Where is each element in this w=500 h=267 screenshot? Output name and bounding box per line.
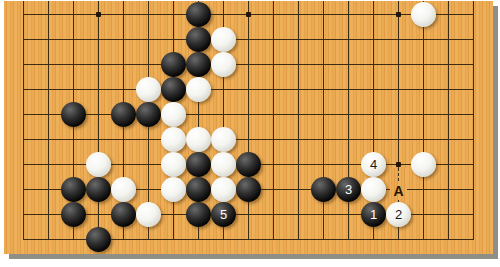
stone-white-c8r13 [186,77,211,102]
stone-black-c15r18: 1 [361,202,386,227]
stone-black-c10r17 [236,177,261,202]
stone-black-c14r17: 3 [336,177,361,202]
stone-white-c17r16 [411,152,436,177]
stone-black-c8r12 [186,52,211,77]
grid-line-vertical-11 [273,1,274,240]
move-number-label: 3 [345,183,352,196]
stone-white-c9r17 [211,177,236,202]
grid-line-vertical-13 [323,1,324,240]
star-point-6 [396,162,401,167]
move-number-label: 5 [220,208,227,221]
stone-black-c6r14 [136,102,161,127]
stone-black-c8r17 [186,177,211,202]
star-point-2 [246,12,251,17]
stone-black-c7r12 [161,52,186,77]
stone-white-c6r18 [136,202,161,227]
grid-line-vertical-18 [448,1,449,240]
page-background: A 43512 [0,0,500,267]
stone-black-c3r18 [61,202,86,227]
stone-black-c5r14 [111,102,136,127]
stone-white-c9r12 [211,52,236,77]
stone-white-c9r15 [211,127,236,152]
stone-white-c7r17 [161,177,186,202]
grid-line-vertical-19 [473,1,474,240]
stone-black-c7r13 [161,77,186,102]
move-number-label: 2 [395,208,402,221]
grid-line-vertical-10 [248,1,249,240]
stone-black-c10r16 [236,152,261,177]
star-point-3 [396,12,401,17]
stone-black-c3r17 [61,177,86,202]
stone-white-c7r15 [161,127,186,152]
stone-white-c5r17 [111,177,136,202]
stone-white-c16r18: 2 [386,202,411,227]
stone-white-c9r16 [211,152,236,177]
stone-white-c15r17 [361,177,386,202]
stone-white-c9r11 [211,27,236,52]
stone-white-c4r16 [86,152,111,177]
move-number-label: 1 [370,208,377,221]
grid-line-vertical-2 [48,1,49,240]
grid-line-vertical-4 [98,1,99,240]
stone-black-c3r14 [61,102,86,127]
stone-black-c8r16 [186,152,211,177]
stone-white-c7r16 [161,152,186,177]
grid-line-vertical-1 [23,1,24,240]
grid-line-vertical-17 [423,1,424,240]
grid-line-vertical-14 [348,1,349,240]
stone-black-c4r19 [86,227,111,252]
stone-white-c15r16: 4 [361,152,386,177]
stone-white-c17r10 [411,2,436,27]
stone-white-c6r13 [136,77,161,102]
grid-line-vertical-12 [298,1,299,240]
stone-black-c5r18 [111,202,136,227]
stone-black-c4r17 [86,177,111,202]
stone-black-c9r18: 5 [211,202,236,227]
stone-white-c7r14 [161,102,186,127]
move-number-label: 4 [370,158,377,171]
stone-black-c8r18 [186,202,211,227]
stone-black-c8r11 [186,27,211,52]
dashed-line-top [398,168,399,181]
stone-white-c8r15 [186,127,211,152]
star-point-1 [96,12,101,17]
stone-black-c13r17 [311,177,336,202]
stone-black-c8r10 [186,2,211,27]
marker-A-label: A [393,181,403,200]
go-board[interactable]: A 43512 [4,1,493,254]
